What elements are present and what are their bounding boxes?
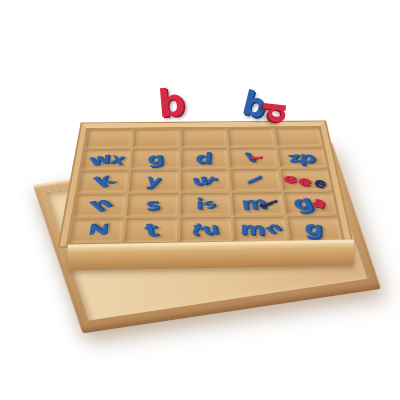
compartment [85, 129, 132, 148]
compartment [181, 128, 226, 147]
letter-piece-p[interactable]: p [263, 101, 295, 126]
compartment: mn [234, 216, 288, 241]
letter-piece-u[interactable]: u [201, 220, 220, 237]
letter-piece-h[interactable]: h [86, 195, 115, 215]
compartment: k [78, 171, 129, 192]
compartment: t [125, 217, 178, 242]
letter-piece-g[interactable]: g [304, 218, 323, 238]
letter-piece-k[interactable]: k [90, 172, 117, 191]
compartment: ur [181, 170, 229, 191]
letter-piece-p[interactable]: p [300, 150, 317, 165]
compartment: g [131, 149, 178, 169]
letter-grid: wxgdlizpkyurleeehsismjgazttumng [60, 121, 352, 246]
compartment: wx [82, 149, 131, 169]
letter-piece-x[interactable]: x [108, 151, 128, 166]
letter-box: wxgdlizpkyurleeehsismjgazttumng [60, 40, 352, 245]
letter-piece-l[interactable]: l [244, 174, 265, 185]
compartment: zp [277, 147, 326, 167]
compartment [275, 128, 323, 147]
compartment: eee [280, 169, 331, 190]
letter-piece-d[interactable]: d [195, 150, 213, 166]
compartment: d [181, 148, 228, 168]
compartment: tu [180, 217, 232, 242]
compartment: ga [283, 191, 336, 214]
letter-piece-i[interactable]: i [248, 155, 265, 160]
compartment: mj [232, 192, 284, 215]
compartment: is [180, 192, 230, 215]
letter-piece-g[interactable]: g [146, 151, 165, 167]
compartment [228, 128, 274, 147]
letter-piece-t[interactable]: t [143, 220, 160, 240]
letter-piece-a[interactable]: a [310, 195, 328, 211]
compartment: s [127, 193, 178, 216]
compartment: l [231, 169, 281, 190]
letter-piece-y[interactable]: y [144, 173, 163, 189]
letter-piece-z[interactable]: z [82, 224, 113, 236]
compartment [133, 129, 179, 148]
letter-piece-b[interactable]: b [156, 83, 186, 123]
compartment: z [69, 218, 124, 243]
letter-piece-e[interactable]: e [280, 172, 299, 186]
compartment: y [129, 170, 178, 191]
letter-piece-e[interactable]: e [298, 175, 312, 189]
compartment: g [287, 216, 342, 241]
letter-piece-s[interactable]: s [145, 196, 161, 213]
compartment: h [74, 193, 127, 216]
box-front-wall [68, 240, 354, 271]
letter-piece-e[interactable]: e [312, 176, 331, 190]
product-photo-stage: wxgdlizpkyurleeehsismjgazttumng bbp [0, 0, 400, 400]
compartment: li [229, 148, 277, 168]
